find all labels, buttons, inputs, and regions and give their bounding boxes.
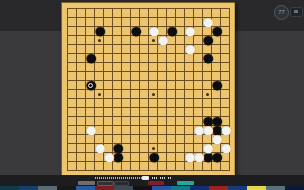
white-stone: ●	[212, 135, 221, 144]
move-tick	[95, 177, 96, 179]
taskbar-item[interactable]	[190, 186, 209, 190]
white-stone: ●	[203, 126, 212, 135]
move-tick	[133, 177, 134, 179]
white-stone: ●	[149, 27, 158, 36]
taskbar-item[interactable]	[133, 186, 152, 190]
move-tick	[129, 177, 130, 179]
taskbar-item[interactable]	[38, 186, 57, 190]
white-stone: ●	[86, 126, 95, 135]
move-tick	[156, 177, 157, 179]
taskbar-item[interactable]	[247, 186, 266, 190]
move-tick	[105, 177, 106, 179]
btn-red[interactable]	[148, 181, 164, 185]
label-blur[interactable]	[78, 181, 95, 185]
white-stone: ●	[221, 126, 230, 135]
white-stone: ●	[185, 27, 194, 36]
taskbar-item[interactable]	[266, 186, 285, 190]
move-tick	[135, 177, 136, 179]
move-tick	[139, 177, 140, 179]
viewer-count-badge[interactable]: 77	[274, 5, 289, 20]
taskbar-strip	[0, 186, 304, 190]
white-stone: ●	[203, 18, 212, 27]
move-tick	[125, 177, 126, 179]
move-tick	[121, 177, 122, 179]
move-tick	[99, 177, 100, 179]
taskbar-item[interactable]	[57, 186, 76, 190]
taskbar-item[interactable]	[152, 186, 171, 190]
black-stone: ●	[149, 153, 158, 162]
star-point	[206, 93, 209, 96]
white-stone: ●	[185, 153, 194, 162]
black-stone: ●	[212, 81, 221, 90]
move-tick	[97, 177, 98, 179]
star-point	[152, 39, 155, 42]
taskbar-item[interactable]	[19, 186, 38, 190]
taskbar-item[interactable]	[171, 186, 190, 190]
taskbar-item[interactable]	[0, 186, 19, 190]
black-stone: ●	[113, 153, 122, 162]
move-tick	[168, 177, 169, 179]
go-board[interactable]: ●●●●●●●●●●●●●●●●●●●●●●●●●●●●●●●●●	[61, 2, 235, 176]
white-stone: ●	[194, 153, 203, 162]
taskbar-item[interactable]	[95, 186, 114, 190]
white-stone: ●	[194, 126, 203, 135]
black-stone: ●	[212, 153, 221, 162]
black-stone: ●	[86, 81, 95, 90]
move-tick	[119, 177, 120, 179]
black-stone: ●	[203, 36, 212, 45]
black-stone: ●	[212, 27, 221, 36]
move-tick	[109, 177, 110, 179]
move-tick	[107, 177, 108, 179]
star-point	[152, 93, 155, 96]
mini-toolbar-button[interactable]	[290, 7, 303, 17]
white-stone: ●	[221, 144, 230, 153]
white-stone: ●	[185, 45, 194, 54]
white-stone: ●	[158, 36, 167, 45]
move-tick	[101, 177, 102, 179]
star-point	[98, 93, 101, 96]
star-point	[98, 39, 101, 42]
taskbar-item[interactable]	[285, 186, 304, 190]
black-stone: ●	[203, 54, 212, 63]
black-stone: ●	[131, 27, 140, 36]
white-stone: ●	[203, 144, 212, 153]
move-tick	[152, 177, 153, 179]
move-tick	[117, 177, 118, 179]
black-stone: ●	[86, 54, 95, 63]
mini-toolbar-icon	[294, 10, 298, 13]
white-stone: ●	[95, 144, 104, 153]
black-stone: ●	[95, 27, 104, 36]
move-tick	[111, 177, 112, 179]
move-tick	[127, 177, 128, 179]
go-app-window: ●●●●●●●●●●●●●●●●●●●●●●●●●●●●●●●●● 77	[0, 0, 304, 190]
taskbar-item[interactable]	[76, 186, 95, 190]
taskbar-item[interactable]	[209, 186, 228, 190]
last-move-marker	[88, 83, 93, 88]
black-stone: ●	[167, 27, 176, 36]
white-stone: ●	[104, 153, 113, 162]
move-tick	[154, 177, 155, 179]
move-tick	[131, 177, 132, 179]
move-tick	[113, 177, 114, 179]
move-tick	[170, 177, 171, 179]
move-tick	[103, 177, 104, 179]
move-tick	[123, 177, 124, 179]
taskbar-item[interactable]	[114, 186, 133, 190]
move-tick	[137, 177, 138, 179]
move-tick	[162, 177, 163, 179]
move-tick	[160, 177, 161, 179]
move-tick	[164, 177, 165, 179]
btn-teal[interactable]	[177, 181, 194, 185]
taskbar-item[interactable]	[228, 186, 247, 190]
move-tick	[115, 177, 116, 179]
